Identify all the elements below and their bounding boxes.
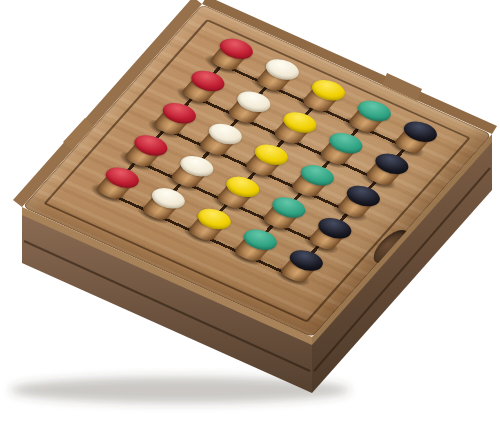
product-photo-scene [0, 0, 500, 428]
